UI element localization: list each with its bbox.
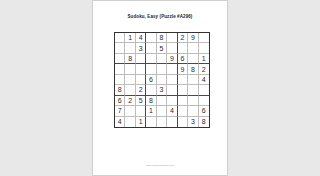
sudoku-cell-r1c2: 1 [125,33,135,43]
sudoku-cell-r2c4 [146,43,156,53]
sudoku-cell-r5c3 [136,75,146,85]
sudoku-cell-r9c1: 4 [115,117,125,127]
sudoku-cell-r6c7 [178,85,188,95]
sudoku-cell-r1c1 [115,33,125,43]
sudoku-cell-r3c8 [188,54,198,64]
sudoku-cell-r8c5 [157,106,167,116]
sudoku-cell-r7c8 [188,96,198,106]
sudoku-cell-r4c7: 9 [178,64,188,74]
sudoku-cell-r9c5 [157,117,167,127]
sudoku-cell-r9c4 [146,117,156,127]
sudoku-cell-r5c6 [167,75,177,85]
sudoku-cell-r3c5 [157,54,167,64]
sudoku-cell-r9c7 [178,117,188,127]
footer-url: www.printfreesudoku.com [93,164,227,167]
sudoku-cell-r9c2 [125,117,135,127]
sudoku-cell-r9c6 [167,117,177,127]
sudoku-cell-r2c1 [115,43,125,53]
sudoku-cell-r2c5: 5 [157,43,167,53]
sudoku-cell-r3c6: 9 [167,54,177,64]
sudoku-cell-r8c6: 4 [167,106,177,116]
sudoku-cell-r8c7 [178,106,188,116]
sudoku-cell-r8c2 [125,106,135,116]
sudoku-cell-r6c9 [199,85,209,95]
sudoku-cell-r1c3: 4 [136,33,146,43]
sudoku-print-page: Sudoku, Easy (Puzzle #A296) 148293589619… [92,0,228,176]
sudoku-cell-r4c3 [136,64,146,74]
sudoku-cell-r3c4 [146,54,156,64]
sudoku-cell-r5c7 [178,75,188,85]
sudoku-cell-r3c9: 1 [199,54,209,64]
sudoku-cell-r5c5 [157,75,167,85]
sudoku-cell-r9c3: 1 [136,117,146,127]
sudoku-cell-r8c8 [188,106,198,116]
sudoku-cell-r6c2 [125,85,135,95]
sudoku-cell-r6c8 [188,85,198,95]
sudoku-cell-r4c6 [167,64,177,74]
sudoku-cell-r8c4: 1 [146,106,156,116]
sudoku-cell-r3c3 [136,54,146,64]
sudoku-board: 1482935896198264823625871464138 [114,32,210,128]
page-title: Sudoku, Easy (Puzzle #A296) [93,14,227,19]
sudoku-cell-r6c4 [146,85,156,95]
sudoku-cell-r5c9: 4 [199,75,209,85]
sudoku-cell-r8c3 [136,106,146,116]
sudoku-cell-r5c1 [115,75,125,85]
sudoku-cell-r7c2: 2 [125,96,135,106]
sudoku-cell-r2c9 [199,43,209,53]
sudoku-cell-r1c6 [167,33,177,43]
sudoku-cell-r6c6 [167,85,177,95]
sudoku-cell-r5c4: 6 [146,75,156,85]
sudoku-cell-r2c6 [167,43,177,53]
sudoku-cell-r1c9 [199,33,209,43]
sudoku-cell-r1c8: 9 [188,33,198,43]
sudoku-cell-r1c7: 2 [178,33,188,43]
sudoku-cell-r2c2 [125,43,135,53]
sudoku-cell-r7c3: 5 [136,96,146,106]
sudoku-cell-r8c1: 7 [115,106,125,116]
sudoku-cell-r4c5 [157,64,167,74]
sudoku-cell-r2c8 [188,43,198,53]
sudoku-cell-r5c2 [125,75,135,85]
sudoku-cell-r9c8: 3 [188,117,198,127]
sudoku-cell-r6c1: 8 [115,85,125,95]
sudoku-cell-r7c1: 6 [115,96,125,106]
sudoku-cell-r4c1 [115,64,125,74]
sudoku-cell-r5c8 [188,75,198,85]
sudoku-cell-r7c6 [167,96,177,106]
sudoku-cell-r8c9: 6 [199,106,209,116]
sudoku-cell-r3c1 [115,54,125,64]
sudoku-cell-r1c4 [146,33,156,43]
sudoku-cell-r1c5: 8 [157,33,167,43]
sudoku-cell-r2c3: 3 [136,43,146,53]
sudoku-cell-r6c3: 2 [136,85,146,95]
sudoku-cell-r4c9: 2 [199,64,209,74]
sudoku-cell-r4c8: 8 [188,64,198,74]
sudoku-cell-r4c4 [146,64,156,74]
sudoku-cell-r3c2: 8 [125,54,135,64]
sudoku-cell-r6c5: 3 [157,85,167,95]
sudoku-cell-r9c9: 8 [199,117,209,127]
sudoku-cell-r7c7 [178,96,188,106]
sudoku-cell-r3c7: 6 [178,54,188,64]
sudoku-cell-r7c5 [157,96,167,106]
sudoku-cell-r7c4: 8 [146,96,156,106]
sudoku-cell-r2c7 [178,43,188,53]
sudoku-cell-r4c2 [125,64,135,74]
sudoku-cell-r7c9 [199,96,209,106]
